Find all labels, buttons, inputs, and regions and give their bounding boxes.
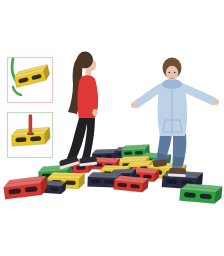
scene [0, 0, 224, 256]
right-child-eye-right [174, 72, 176, 74]
right-child-hand-right [213, 99, 219, 105]
inset-brick-with-rope [8, 58, 53, 103]
right-child-arm-left [137, 88, 160, 104]
right-child-hood [162, 79, 182, 89]
brick-red [3, 176, 48, 200]
child-left [58, 52, 98, 170]
right-child-shoe-front [168, 167, 186, 177]
right-child-arm-right [184, 88, 213, 101]
pole [29, 115, 32, 135]
left-child-hand [92, 109, 97, 116]
right-child-eye-left [169, 72, 171, 74]
right-child-hand-left [131, 102, 137, 108]
inset-brick-with-pole [8, 113, 53, 158]
right-child-face [166, 66, 179, 80]
brick-green [179, 183, 222, 204]
product-photo [0, 0, 224, 256]
left-child-hair-top [77, 52, 93, 69]
